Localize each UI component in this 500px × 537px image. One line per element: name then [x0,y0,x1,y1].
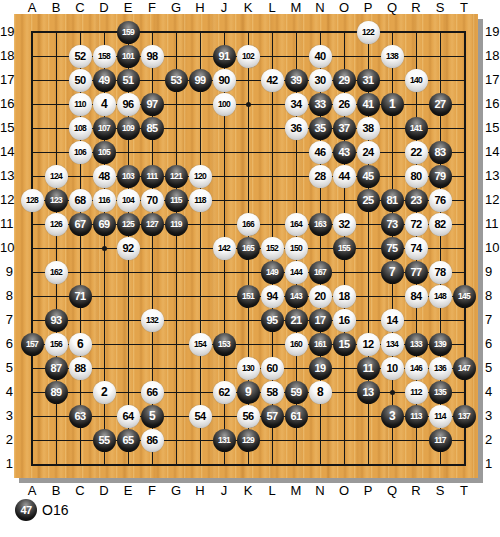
stone: 150 [285,237,308,260]
caption: 47 O16 [15,498,68,522]
stone: 32 [333,213,356,236]
coord-label-bottom: B [44,484,68,498]
coord-label-bottom: L [260,484,284,498]
stone: 25 [357,189,380,212]
coord-label-bottom: D [92,484,116,498]
coord-label-top: M [284,1,308,15]
stone: 13 [357,381,380,404]
stone: 97 [141,93,164,116]
stone: 87 [45,357,68,380]
stone: 161 [309,333,332,356]
stone: 5 [141,405,164,428]
stone: 8 [309,381,332,404]
stone: 81 [381,189,404,212]
stone: 95 [261,309,284,332]
coord-label-right: 15 [485,121,500,135]
stone: 124 [45,165,68,188]
star-point [390,390,395,395]
stone: 163 [309,213,332,236]
stone: 10 [381,357,404,380]
stone: 62 [213,381,236,404]
stone: 23 [405,189,428,212]
coord-label-left: 15 [0,121,13,135]
coord-label-bottom: R [404,484,428,498]
coord-label-right: 9 [485,265,500,279]
stone: 37 [333,117,356,140]
stone: 71 [69,285,92,308]
stone: 41 [357,93,380,116]
stone: 79 [429,165,452,188]
stone: 33 [309,93,332,116]
stone: 34 [285,93,308,116]
coord-label-bottom: P [356,484,380,498]
coord-label-left: 6 [0,337,13,351]
stone: 12 [357,333,380,356]
coord-label-bottom: K [236,484,260,498]
stone: 121 [165,165,188,188]
stone: 164 [285,213,308,236]
coord-label-left: 12 [0,193,13,207]
coord-label-right: 10 [485,241,500,255]
stone: 90 [213,69,236,92]
stone: 132 [141,309,164,332]
coord-label-top: B [44,1,68,15]
stone: 4 [93,93,116,116]
coord-label-left: 4 [0,385,13,399]
coord-label-left: 16 [0,97,13,111]
stone: 147 [453,357,476,380]
coord-label-right: 5 [485,361,500,375]
stone: 67 [69,213,92,236]
stone: 9 [237,381,260,404]
stone: 55 [93,429,116,452]
caption-move-stone: 47 [15,499,37,521]
stone: 118 [189,189,212,212]
coord-label-right: 1 [485,457,500,471]
coord-label-right: 3 [485,409,500,423]
stone: 126 [45,213,68,236]
stone: 154 [189,333,212,356]
stone: 24 [357,141,380,164]
stone: 140 [405,69,428,92]
stone: 96 [117,93,140,116]
coord-label-bottom: E [116,484,140,498]
coord-label-left: 8 [0,289,13,303]
stone: 145 [453,285,476,308]
stone: 26 [333,93,356,116]
stone: 92 [117,237,140,260]
stone: 135 [429,381,452,404]
coord-label-bottom: F [140,484,164,498]
coord-label-bottom: Q [380,484,404,498]
stone: 78 [429,261,452,284]
coord-label-top: O [332,1,356,15]
stone: 56 [237,405,260,428]
stone: 122 [357,21,380,44]
stone: 35 [309,117,332,140]
stone: 66 [141,381,164,404]
stone: 64 [117,405,140,428]
stone: 110 [69,93,92,116]
stone: 27 [429,93,452,116]
stone: 119 [165,213,188,236]
stone: 91 [213,45,236,68]
stone: 85 [141,117,164,140]
stone: 84 [405,285,428,308]
stone: 129 [237,429,260,452]
stone: 7 [381,261,404,284]
coord-label-bottom: O [332,484,356,498]
coord-label-top: Q [380,1,404,15]
stone: 139 [429,333,452,356]
coord-label-top: P [356,1,380,15]
stone: 1 [381,93,404,116]
coord-label-left: 5 [0,361,13,375]
stone: 141 [405,117,428,140]
coord-label-top: T [452,1,476,15]
stone: 3 [381,405,404,428]
coord-label-bottom: G [164,484,188,498]
stone: 123 [45,189,68,212]
stone: 39 [285,69,308,92]
coord-label-right: 6 [485,337,500,351]
stone: 54 [189,405,212,428]
coord-label-right: 13 [485,169,500,183]
stone: 117 [429,429,452,452]
stone: 43 [333,141,356,164]
stone: 105 [93,141,116,164]
stone: 42 [261,69,284,92]
coord-label-left: 2 [0,433,13,447]
coord-label-left: 11 [0,217,13,231]
coord-label-top: F [140,1,164,15]
coord-label-bottom: S [428,484,452,498]
coord-label-right: 16 [485,97,500,111]
stone: 53 [165,69,188,92]
stone: 74 [405,237,428,260]
coord-label-top: K [236,1,260,15]
coord-label-top: H [188,1,212,15]
stone: 80 [405,165,428,188]
stone: 111 [141,165,164,188]
coord-label-left: 18 [0,49,13,63]
stone: 69 [93,213,116,236]
stone: 146 [405,357,428,380]
stone: 101 [117,45,140,68]
coord-label-top: G [164,1,188,15]
stone: 153 [213,333,236,356]
stone: 134 [381,333,404,356]
stone: 52 [69,45,92,68]
kifu-diagram: 1234567891011121314151617181920212223242… [0,0,500,537]
coord-label-bottom: M [284,484,308,498]
stone: 29 [333,69,356,92]
coord-label-bottom: A [20,484,44,498]
stone: 137 [453,405,476,428]
stone: 162 [45,261,68,284]
stone: 112 [405,381,428,404]
coord-label-right: 8 [485,289,500,303]
stone: 108 [69,117,92,140]
stone: 72 [405,213,428,236]
stone: 14 [381,309,404,332]
coord-label-right: 18 [485,49,500,63]
stone: 2 [93,381,116,404]
stone: 57 [261,405,284,428]
stone: 38 [357,117,380,140]
coord-label-right: 14 [485,145,500,159]
coord-label-top: C [68,1,92,15]
stone: 31 [357,69,380,92]
stone: 49 [93,69,116,92]
stone: 20 [309,285,332,308]
stone: 127 [141,213,164,236]
stone: 142 [213,237,236,260]
coord-label-top: A [20,1,44,15]
stone: 63 [69,405,92,428]
go-board[interactable]: 1234567891011121314151617181920212223242… [14,14,478,478]
stone: 167 [309,261,332,284]
stone: 106 [69,141,92,164]
coord-label-left: 19 [0,25,13,39]
stone: 99 [189,69,212,92]
stone: 149 [261,261,284,284]
stone: 116 [93,189,116,212]
stone: 155 [333,237,356,260]
stone: 151 [237,285,260,308]
coord-label-bottom: J [212,484,236,498]
coord-label-left: 1 [0,457,13,471]
coord-label-left: 14 [0,145,13,159]
stone: 148 [429,285,452,308]
stone: 50 [69,69,92,92]
stone: 93 [45,309,68,332]
coord-label-right: 2 [485,433,500,447]
stone: 128 [21,189,44,212]
coord-label-right: 11 [485,217,500,231]
stone: 130 [237,357,260,380]
coord-label-top: J [212,1,236,15]
stone: 131 [213,429,236,452]
stone: 102 [237,45,260,68]
stone: 114 [429,405,452,428]
coord-label-bottom: N [308,484,332,498]
stone: 138 [381,45,404,68]
stone: 16 [333,309,356,332]
stone: 15 [333,333,356,356]
coord-label-right: 12 [485,193,500,207]
stone: 40 [309,45,332,68]
coord-label-top: N [308,1,332,15]
stone: 103 [117,165,140,188]
stone: 58 [261,381,284,404]
stone: 77 [405,261,428,284]
coord-label-top: D [92,1,116,15]
stone: 86 [141,429,164,452]
stone: 125 [117,213,140,236]
stone: 98 [141,45,164,68]
stone: 94 [261,285,284,308]
stone: 88 [69,357,92,380]
stone: 45 [357,165,380,188]
stone: 30 [309,69,332,92]
coord-label-left: 3 [0,409,13,423]
stone: 100 [213,93,236,116]
stone: 60 [261,357,284,380]
stone: 59 [285,381,308,404]
stone: 144 [285,261,308,284]
coord-label-bottom: H [188,484,212,498]
stone: 21 [285,309,308,332]
stone: 160 [285,333,308,356]
stone: 136 [429,357,452,380]
coord-label-right: 7 [485,313,500,327]
stone: 6 [69,333,92,356]
stone: 115 [165,189,188,212]
coord-label-left: 7 [0,313,13,327]
stone: 143 [285,285,308,308]
star-point [102,246,107,251]
stone: 104 [117,189,140,212]
stone: 159 [117,21,140,44]
stone: 82 [429,213,452,236]
stone: 18 [333,285,356,308]
coord-label-bottom: T [452,484,476,498]
stone: 11 [357,357,380,380]
stone: 157 [21,333,44,356]
stone: 165 [237,237,260,260]
stone: 75 [381,237,404,260]
coord-label-top: S [428,1,452,15]
stone: 22 [405,141,428,164]
stone: 28 [309,165,332,188]
stone: 19 [309,357,332,380]
coord-label-left: 13 [0,169,13,183]
coord-label-bottom: C [68,484,92,498]
stone: 83 [429,141,452,164]
stone: 107 [93,117,116,140]
stone: 76 [429,189,452,212]
stone: 120 [189,165,212,188]
stone: 48 [93,165,116,188]
stone: 44 [333,165,356,188]
stone: 133 [405,333,428,356]
stone: 70 [141,189,164,212]
stone: 156 [45,333,68,356]
stone: 68 [69,189,92,212]
coord-label-right: 17 [485,73,500,87]
stone: 152 [261,237,284,260]
coord-label-top: L [260,1,284,15]
coord-label-top: R [404,1,428,15]
stone: 17 [309,309,332,332]
stone: 166 [237,213,260,236]
stone: 158 [93,45,116,68]
caption-coordinate: O16 [42,502,68,518]
stone: 51 [117,69,140,92]
star-point [246,102,251,107]
coord-label-left: 17 [0,73,13,87]
coord-label-right: 4 [485,385,500,399]
stone: 65 [117,429,140,452]
stone: 61 [285,405,308,428]
stone: 113 [405,405,428,428]
stone: 46 [309,141,332,164]
stone: 36 [285,117,308,140]
coord-label-right: 19 [485,25,500,39]
stone: 73 [381,213,404,236]
stone: 89 [45,381,68,404]
coord-label-left: 10 [0,241,13,255]
coord-label-top: E [116,1,140,15]
stone: 109 [117,117,140,140]
coord-label-left: 9 [0,265,13,279]
